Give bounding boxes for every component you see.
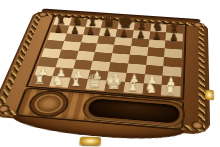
brass-clasp-icon [205,90,214,101]
piece-white-king-e1[interactable]: ♚ [103,72,124,92]
carved-chess-case: ♜♞♝♛♚♝♞♜♟♟♟♟♟♟♟♟♟♟♟♟♟♟♟♟♜♞♝♛♚♝♞♜ [0,10,210,135]
piece-white-rook-h1[interactable]: ♜ [160,84,182,97]
square-h7[interactable]: ♟ [166,32,183,41]
brass-hinge-icon [80,137,102,146]
square-h5[interactable] [164,49,182,59]
piece-black-pawn-h7[interactable]: ♟ [165,32,184,42]
square-e4[interactable] [110,53,129,63]
chess-case-photo: ♜♞♝♛♚♝♞♜♟♟♟♟♟♟♟♟♟♟♟♟♟♟♟♟♜♞♝♛♚♝♞♜ [0,0,220,147]
square-h1[interactable]: ♜ [161,85,181,97]
